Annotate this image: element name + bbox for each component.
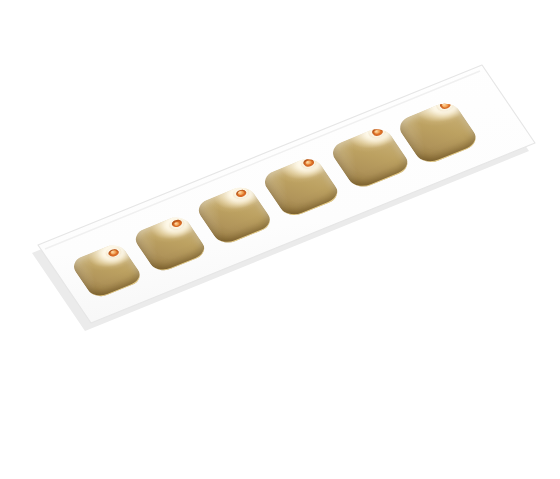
led-emitter xyxy=(167,216,187,231)
led-ring xyxy=(302,158,316,168)
led-core xyxy=(237,190,245,196)
led-core xyxy=(304,160,312,166)
led-core xyxy=(173,221,180,226)
led-ring xyxy=(170,219,183,229)
led-emitter xyxy=(104,245,124,259)
led-ring xyxy=(234,188,247,198)
fixture-trim-plate xyxy=(0,0,560,479)
led-core xyxy=(110,250,117,255)
led-core xyxy=(441,102,449,108)
led-ring xyxy=(107,248,119,257)
led-core xyxy=(373,129,381,135)
product-photo-canvas xyxy=(0,0,560,479)
